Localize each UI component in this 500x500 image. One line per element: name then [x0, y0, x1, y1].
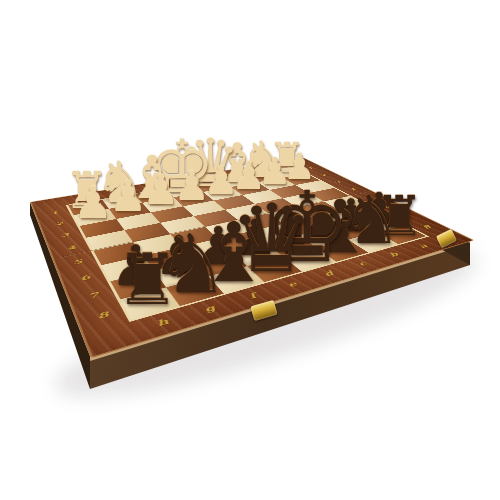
pieces-layer: ♜♞♝♛♚♝♞♜♟♟♟♟♟♟♟♟♟♟♟♟♟♟♟♟♜♞♝♚♛♝♞♜ — [0, 0, 500, 500]
scene: 1122334455667788hhggffeeddccbbaa ♜♞♝♛♚♝♞… — [0, 0, 500, 500]
piece-black-rook-h8: ♜ — [116, 244, 180, 315]
piece-white-pawn-h2: ♟ — [73, 181, 112, 225]
piece-white-pawn-g2: ♟ — [109, 176, 147, 218]
piece-white-pawn-f2: ♟ — [142, 171, 179, 212]
